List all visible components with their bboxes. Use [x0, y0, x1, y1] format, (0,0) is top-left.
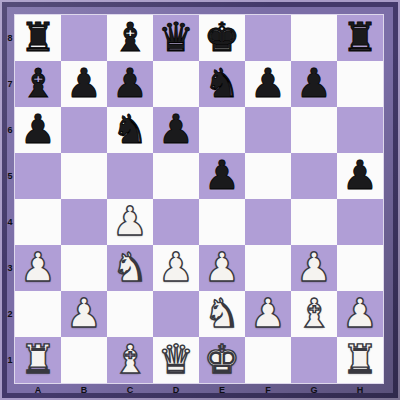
- piece-black-pawn[interactable]: ♟: [20, 109, 56, 149]
- square-a1[interactable]: ♜: [15, 337, 61, 383]
- square-g4[interactable]: [291, 199, 337, 245]
- square-e1[interactable]: ♚: [199, 337, 245, 383]
- square-h2[interactable]: ♟: [337, 291, 383, 337]
- square-b3[interactable]: [61, 245, 107, 291]
- piece-black-pawn[interactable]: ♟: [342, 155, 378, 195]
- piece-black-pawn[interactable]: ♟: [250, 63, 286, 103]
- square-a8[interactable]: ♜: [15, 15, 61, 61]
- square-e3[interactable]: ♟: [199, 245, 245, 291]
- piece-white-bishop[interactable]: ♝: [296, 293, 332, 333]
- piece-white-rook[interactable]: ♜: [20, 339, 56, 379]
- square-a6[interactable]: ♟: [15, 107, 61, 153]
- square-c4[interactable]: ♟: [107, 199, 153, 245]
- square-h7[interactable]: [337, 61, 383, 107]
- piece-white-pawn[interactable]: ♟: [296, 247, 332, 287]
- square-e5[interactable]: ♟: [199, 153, 245, 199]
- piece-black-pawn[interactable]: ♟: [204, 155, 240, 195]
- chess-board[interactable]: ♜♝♛♚♜♝♟♟♞♟♟♟♞♟♟♟♟♟♞♟♟♟♟♞♟♝♟♜♝♛♚♜: [15, 15, 383, 383]
- piece-white-king[interactable]: ♚: [204, 339, 240, 379]
- square-g8[interactable]: [291, 15, 337, 61]
- square-f8[interactable]: [245, 15, 291, 61]
- file-label-g: G: [291, 383, 337, 400]
- square-a3[interactable]: ♟: [15, 245, 61, 291]
- square-h1[interactable]: ♜: [337, 337, 383, 383]
- piece-white-pawn[interactable]: ♟: [250, 293, 286, 333]
- square-f2[interactable]: ♟: [245, 291, 291, 337]
- square-f7[interactable]: ♟: [245, 61, 291, 107]
- square-g1[interactable]: [291, 337, 337, 383]
- square-b8[interactable]: [61, 15, 107, 61]
- piece-white-knight[interactable]: ♞: [204, 293, 240, 333]
- piece-white-bishop[interactable]: ♝: [112, 339, 148, 379]
- piece-white-pawn[interactable]: ♟: [112, 201, 148, 241]
- square-f5[interactable]: [245, 153, 291, 199]
- square-a7[interactable]: ♝: [15, 61, 61, 107]
- square-h4[interactable]: [337, 199, 383, 245]
- piece-black-knight[interactable]: ♞: [112, 109, 148, 149]
- piece-white-rook[interactable]: ♜: [342, 339, 378, 379]
- square-b1[interactable]: [61, 337, 107, 383]
- rank-label-3: 3: [0, 245, 15, 291]
- square-c2[interactable]: [107, 291, 153, 337]
- square-b7[interactable]: ♟: [61, 61, 107, 107]
- rank-label-1: 1: [0, 337, 15, 383]
- square-d2[interactable]: [153, 291, 199, 337]
- square-b5[interactable]: [61, 153, 107, 199]
- square-c1[interactable]: ♝: [107, 337, 153, 383]
- square-e8[interactable]: ♚: [199, 15, 245, 61]
- square-c7[interactable]: ♟: [107, 61, 153, 107]
- square-c8[interactable]: ♝: [107, 15, 153, 61]
- file-labels: ABCDEFGH: [15, 383, 383, 400]
- square-e6[interactable]: [199, 107, 245, 153]
- square-a5[interactable]: [15, 153, 61, 199]
- square-h5[interactable]: ♟: [337, 153, 383, 199]
- square-a2[interactable]: [15, 291, 61, 337]
- piece-black-knight[interactable]: ♞: [204, 63, 240, 103]
- piece-white-pawn[interactable]: ♟: [342, 293, 378, 333]
- file-label-h: H: [337, 383, 383, 400]
- rank-label-4: 4: [0, 199, 15, 245]
- piece-black-pawn[interactable]: ♟: [112, 63, 148, 103]
- piece-black-rook[interactable]: ♜: [20, 17, 56, 57]
- piece-black-pawn[interactable]: ♟: [296, 63, 332, 103]
- square-g3[interactable]: ♟: [291, 245, 337, 291]
- square-e7[interactable]: ♞: [199, 61, 245, 107]
- square-a4[interactable]: [15, 199, 61, 245]
- chess-board-frame: 87654321 ABCDEFGH ♜♝♛♚♜♝♟♟♞♟♟♟♞♟♟♟♟♟♞♟♟♟…: [0, 0, 400, 400]
- square-g7[interactable]: ♟: [291, 61, 337, 107]
- square-g2[interactable]: ♝: [291, 291, 337, 337]
- piece-black-queen[interactable]: ♛: [158, 17, 194, 57]
- piece-white-pawn[interactable]: ♟: [158, 247, 194, 287]
- square-b4[interactable]: [61, 199, 107, 245]
- rank-label-6: 6: [0, 107, 15, 153]
- file-label-d: D: [153, 383, 199, 400]
- piece-black-bishop[interactable]: ♝: [112, 17, 148, 57]
- file-label-a: A: [15, 383, 61, 400]
- square-g6[interactable]: [291, 107, 337, 153]
- piece-white-queen[interactable]: ♛: [158, 339, 194, 379]
- square-c3[interactable]: ♞: [107, 245, 153, 291]
- square-f6[interactable]: [245, 107, 291, 153]
- square-d6[interactable]: ♟: [153, 107, 199, 153]
- square-e2[interactable]: ♞: [199, 291, 245, 337]
- rank-label-2: 2: [0, 291, 15, 337]
- square-d8[interactable]: ♛: [153, 15, 199, 61]
- piece-white-pawn[interactable]: ♟: [20, 247, 56, 287]
- square-h6[interactable]: [337, 107, 383, 153]
- square-f3[interactable]: [245, 245, 291, 291]
- piece-white-knight[interactable]: ♞: [112, 247, 148, 287]
- square-c6[interactable]: ♞: [107, 107, 153, 153]
- square-h8[interactable]: ♜: [337, 15, 383, 61]
- square-c5[interactable]: [107, 153, 153, 199]
- square-d1[interactable]: ♛: [153, 337, 199, 383]
- file-label-e: E: [199, 383, 245, 400]
- square-h3[interactable]: [337, 245, 383, 291]
- square-e4[interactable]: [199, 199, 245, 245]
- rank-label-5: 5: [0, 153, 15, 199]
- square-b2[interactable]: ♟: [61, 291, 107, 337]
- rank-labels: 87654321: [0, 15, 15, 383]
- square-d5[interactable]: [153, 153, 199, 199]
- square-f1[interactable]: [245, 337, 291, 383]
- rank-label-7: 7: [0, 61, 15, 107]
- piece-white-pawn[interactable]: ♟: [66, 293, 102, 333]
- piece-black-bishop[interactable]: ♝: [20, 63, 56, 103]
- rank-label-8: 8: [0, 15, 15, 61]
- square-f4[interactable]: [245, 199, 291, 245]
- square-g5[interactable]: [291, 153, 337, 199]
- piece-black-pawn[interactable]: ♟: [158, 109, 194, 149]
- piece-black-pawn[interactable]: ♟: [66, 63, 102, 103]
- file-label-b: B: [61, 383, 107, 400]
- square-d7[interactable]: [153, 61, 199, 107]
- square-b6[interactable]: [61, 107, 107, 153]
- square-d4[interactable]: [153, 199, 199, 245]
- piece-white-pawn[interactable]: ♟: [204, 247, 240, 287]
- piece-black-king[interactable]: ♚: [204, 17, 240, 57]
- file-label-f: F: [245, 383, 291, 400]
- square-d3[interactable]: ♟: [153, 245, 199, 291]
- file-label-c: C: [107, 383, 153, 400]
- piece-black-rook[interactable]: ♜: [342, 17, 378, 57]
